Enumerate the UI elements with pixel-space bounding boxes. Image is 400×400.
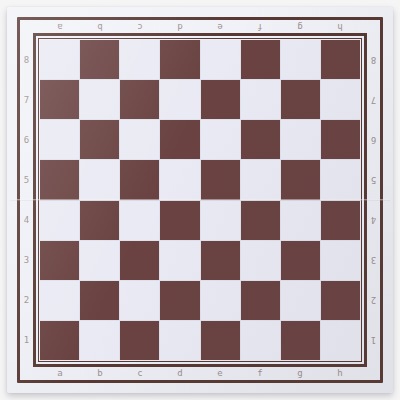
square-e6 xyxy=(201,120,240,159)
square-c7 xyxy=(120,80,159,119)
square-h4 xyxy=(321,201,360,240)
square-h7 xyxy=(321,80,360,119)
file-label-d: d xyxy=(160,20,200,33)
square-b7 xyxy=(80,80,119,119)
file-label-b: b xyxy=(80,20,120,33)
square-h8 xyxy=(321,40,360,79)
square-e4 xyxy=(201,201,240,240)
square-h5 xyxy=(321,160,360,199)
square-f1 xyxy=(241,321,280,360)
square-b2 xyxy=(80,281,119,320)
square-f6 xyxy=(241,120,280,159)
file-label-f: f xyxy=(240,367,280,380)
square-b3 xyxy=(80,241,119,280)
file-label-g: g xyxy=(280,20,320,33)
square-d3 xyxy=(160,241,199,280)
square-h3 xyxy=(321,241,360,280)
rank-labels-left: 87654321 xyxy=(20,40,33,360)
file-label-g: g xyxy=(280,367,320,380)
chessboard: abcdefgh abcdefgh 87654321 87654321 xyxy=(7,7,393,393)
square-d7 xyxy=(160,80,199,119)
file-label-d: d xyxy=(160,367,200,380)
square-h2 xyxy=(321,281,360,320)
rank-label-1: 1 xyxy=(367,320,380,360)
square-b8 xyxy=(80,40,119,79)
square-b5 xyxy=(80,160,119,199)
rank-label-8: 8 xyxy=(20,40,33,80)
file-label-c: c xyxy=(120,367,160,380)
square-b4 xyxy=(80,201,119,240)
rank-label-2: 2 xyxy=(20,280,33,320)
file-label-e: e xyxy=(200,367,240,380)
square-e1 xyxy=(201,321,240,360)
rank-label-5: 5 xyxy=(20,160,33,200)
square-e2 xyxy=(201,281,240,320)
rank-label-6: 6 xyxy=(367,120,380,160)
square-c1 xyxy=(120,321,159,360)
square-b1 xyxy=(80,321,119,360)
file-label-c: c xyxy=(120,20,160,33)
square-d1 xyxy=(160,321,199,360)
square-a1 xyxy=(40,321,79,360)
rank-label-8: 8 xyxy=(367,40,380,80)
rank-labels-right: 87654321 xyxy=(367,40,380,360)
square-g2 xyxy=(281,281,320,320)
square-g8 xyxy=(281,40,320,79)
rank-label-4: 4 xyxy=(367,200,380,240)
rank-label-7: 7 xyxy=(367,80,380,120)
rank-label-2: 2 xyxy=(367,280,380,320)
square-b6 xyxy=(80,120,119,159)
square-a3 xyxy=(40,241,79,280)
square-a2 xyxy=(40,281,79,320)
square-c2 xyxy=(120,281,159,320)
square-a5 xyxy=(40,160,79,199)
square-f7 xyxy=(241,80,280,119)
square-d6 xyxy=(160,120,199,159)
file-labels-top: abcdefgh xyxy=(40,20,360,33)
file-label-h: h xyxy=(320,20,360,33)
square-a4 xyxy=(40,201,79,240)
rank-label-5: 5 xyxy=(367,160,380,200)
rank-label-7: 7 xyxy=(20,80,33,120)
square-d8 xyxy=(160,40,199,79)
square-h6 xyxy=(321,120,360,159)
square-d5 xyxy=(160,160,199,199)
square-g3 xyxy=(281,241,320,280)
square-f2 xyxy=(241,281,280,320)
rank-label-3: 3 xyxy=(367,240,380,280)
square-h1 xyxy=(321,321,360,360)
square-g7 xyxy=(281,80,320,119)
square-a7 xyxy=(40,80,79,119)
file-label-a: a xyxy=(40,20,80,33)
square-a6 xyxy=(40,120,79,159)
square-e7 xyxy=(201,80,240,119)
square-c6 xyxy=(120,120,159,159)
square-g6 xyxy=(281,120,320,159)
rank-label-3: 3 xyxy=(20,240,33,280)
square-e3 xyxy=(201,241,240,280)
square-f8 xyxy=(241,40,280,79)
file-label-e: e xyxy=(200,20,240,33)
file-labels-bottom: abcdefgh xyxy=(40,367,360,380)
rank-label-1: 1 xyxy=(20,320,33,360)
file-label-f: f xyxy=(240,20,280,33)
rank-label-4: 4 xyxy=(20,200,33,240)
square-d4 xyxy=(160,201,199,240)
product-photo-background: abcdefgh abcdefgh 87654321 87654321 xyxy=(0,0,400,400)
rank-label-6: 6 xyxy=(20,120,33,160)
square-c8 xyxy=(120,40,159,79)
square-d2 xyxy=(160,281,199,320)
square-f4 xyxy=(241,201,280,240)
square-f5 xyxy=(241,160,280,199)
square-a8 xyxy=(40,40,79,79)
square-g1 xyxy=(281,321,320,360)
file-label-b: b xyxy=(80,367,120,380)
square-c4 xyxy=(120,201,159,240)
file-label-h: h xyxy=(320,367,360,380)
square-e8 xyxy=(201,40,240,79)
square-e5 xyxy=(201,160,240,199)
square-c5 xyxy=(120,160,159,199)
square-g4 xyxy=(281,201,320,240)
file-label-a: a xyxy=(40,367,80,380)
square-g5 xyxy=(281,160,320,199)
square-c3 xyxy=(120,241,159,280)
squares-grid xyxy=(40,40,360,360)
square-f3 xyxy=(241,241,280,280)
